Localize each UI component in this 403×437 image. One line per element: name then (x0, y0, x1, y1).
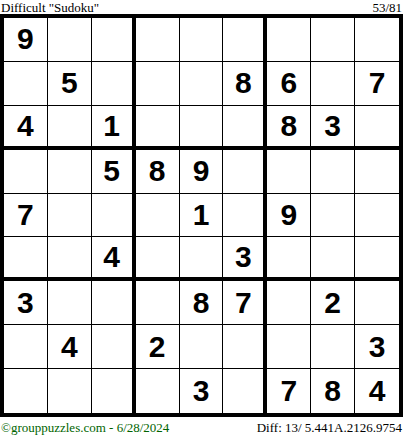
cell-r7c4[interactable] (136, 281, 180, 325)
cell-r3c3[interactable]: 1 (92, 106, 136, 150)
cell-r7c8[interactable]: 2 (311, 281, 355, 325)
cell-r6c8[interactable] (311, 237, 355, 281)
cell-r6c1[interactable] (4, 237, 48, 281)
sudoku-page: Difficult "Sudoku" 53/81 958674183589719… (0, 0, 403, 437)
cell-r6c9[interactable] (355, 237, 399, 281)
cell-r2c1[interactable] (4, 62, 48, 106)
cell-r2c6[interactable]: 8 (223, 62, 267, 106)
cell-r8c3[interactable] (92, 325, 136, 369)
cell-r2c9[interactable]: 7 (355, 62, 399, 106)
cell-r1c7[interactable] (267, 18, 311, 62)
cell-r9c7[interactable]: 7 (267, 369, 311, 413)
cell-r7c1[interactable]: 3 (4, 281, 48, 325)
difficulty-text: Diff: 13/ 5.441A.2126.9754 (257, 421, 402, 435)
cell-r8c7[interactable] (267, 325, 311, 369)
cell-r5c2[interactable] (48, 194, 92, 238)
cell-r9c4[interactable] (136, 369, 180, 413)
cell-r3c5[interactable] (180, 106, 224, 150)
cell-r1c4[interactable] (136, 18, 180, 62)
cell-r5c9[interactable] (355, 194, 399, 238)
cell-r5c8[interactable] (311, 194, 355, 238)
cell-r6c6[interactable]: 3 (223, 237, 267, 281)
cell-r9c8[interactable]: 8 (311, 369, 355, 413)
cell-r5c3[interactable] (92, 194, 136, 238)
cell-r7c5[interactable]: 8 (180, 281, 224, 325)
cell-r4c6[interactable] (223, 150, 267, 194)
cell-r9c3[interactable] (92, 369, 136, 413)
cell-r4c9[interactable] (355, 150, 399, 194)
cell-r5c1[interactable]: 7 (4, 194, 48, 238)
cell-r2c3[interactable] (92, 62, 136, 106)
cell-r3c9[interactable] (355, 106, 399, 150)
puzzle-title: Difficult "Sudoku" (1, 1, 99, 14)
cell-r4c5[interactable]: 9 (180, 150, 224, 194)
cell-r7c2[interactable] (48, 281, 92, 325)
cell-r4c7[interactable] (267, 150, 311, 194)
cell-r1c9[interactable] (355, 18, 399, 62)
cell-r4c8[interactable] (311, 150, 355, 194)
cell-r7c3[interactable] (92, 281, 136, 325)
cell-r2c7[interactable]: 6 (267, 62, 311, 106)
cell-r8c6[interactable] (223, 325, 267, 369)
cell-r6c5[interactable] (180, 237, 224, 281)
cell-r3c7[interactable]: 8 (267, 106, 311, 150)
cell-r2c5[interactable] (180, 62, 224, 106)
cell-r5c4[interactable] (136, 194, 180, 238)
cell-r6c2[interactable] (48, 237, 92, 281)
cell-r3c2[interactable] (48, 106, 92, 150)
cell-r9c9[interactable]: 4 (355, 369, 399, 413)
cell-r4c2[interactable] (48, 150, 92, 194)
cell-r5c7[interactable]: 9 (267, 194, 311, 238)
cell-r1c5[interactable] (180, 18, 224, 62)
cell-r2c2[interactable]: 5 (48, 62, 92, 106)
cell-r8c4[interactable]: 2 (136, 325, 180, 369)
footer: ©grouppuzzles.com - 6/28/2024 Diff: 13/ … (0, 421, 403, 435)
cell-r6c7[interactable] (267, 237, 311, 281)
cell-r7c7[interactable] (267, 281, 311, 325)
cell-r3c4[interactable] (136, 106, 180, 150)
cell-r5c5[interactable]: 1 (180, 194, 224, 238)
cell-r7c9[interactable] (355, 281, 399, 325)
cell-r3c1[interactable]: 4 (4, 106, 48, 150)
cell-r1c8[interactable] (311, 18, 355, 62)
cell-r1c3[interactable] (92, 18, 136, 62)
cell-r8c5[interactable] (180, 325, 224, 369)
cell-r1c6[interactable] (223, 18, 267, 62)
cell-r9c2[interactable] (48, 369, 92, 413)
cell-r9c5[interactable]: 3 (180, 369, 224, 413)
cell-r4c1[interactable] (4, 150, 48, 194)
cell-r1c2[interactable] (48, 18, 92, 62)
cell-r5c6[interactable] (223, 194, 267, 238)
copyright-text: ©grouppuzzles.com - 6/28/2024 (1, 421, 169, 435)
cell-r4c4[interactable]: 8 (136, 150, 180, 194)
cell-r2c4[interactable] (136, 62, 180, 106)
cell-r3c8[interactable]: 3 (311, 106, 355, 150)
cell-r1c1[interactable]: 9 (4, 18, 48, 62)
cell-r8c9[interactable]: 3 (355, 325, 399, 369)
cell-r6c3[interactable]: 4 (92, 237, 136, 281)
header: Difficult "Sudoku" 53/81 (0, 0, 403, 14)
cell-r8c2[interactable]: 4 (48, 325, 92, 369)
cell-r3c6[interactable] (223, 106, 267, 150)
cell-r4c3[interactable]: 5 (92, 150, 136, 194)
cell-r8c1[interactable] (4, 325, 48, 369)
cell-r8c8[interactable] (311, 325, 355, 369)
cell-r2c8[interactable] (311, 62, 355, 106)
empty-cell-counter: 53/81 (372, 1, 402, 14)
cell-r9c1[interactable] (4, 369, 48, 413)
cell-r6c4[interactable] (136, 237, 180, 281)
sudoku-board: 9586741835897194338724233784 (0, 14, 403, 417)
cell-r9c6[interactable] (223, 369, 267, 413)
cell-r7c6[interactable]: 7 (223, 281, 267, 325)
